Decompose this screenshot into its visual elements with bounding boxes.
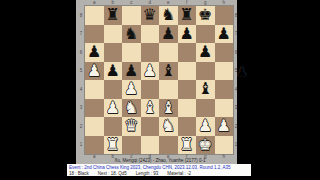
coord-label-2: 2 xyxy=(78,117,84,136)
coord-label-1: 1 xyxy=(78,136,84,155)
coord-label-4: 4 xyxy=(78,80,84,99)
square-b3: ♟ xyxy=(104,99,123,118)
board-panel: abcdefgh 87654321 ♜♛♞♜♚♞♟♟♟♟♟♟♟♟♟♝♟♝♟♞♝♝… xyxy=(76,0,237,164)
square-d7 xyxy=(141,25,160,44)
game-info-box: Event : 2nd China Chess King 2023, Cheng… xyxy=(67,164,251,176)
black-pawn: ♟ xyxy=(178,25,197,44)
square-a3 xyxy=(85,99,104,118)
status-line: 18 : Black Next : 18. Qd5 Length : 93 Ma… xyxy=(69,171,249,177)
black-rook: ♜ xyxy=(104,6,123,25)
square-e8: ♞ xyxy=(159,6,178,25)
white-rook: ♜ xyxy=(178,136,197,155)
square-e3: ♝ xyxy=(159,99,178,118)
square-d4 xyxy=(141,80,160,99)
black-bishop: ♝ xyxy=(159,62,178,81)
black-pawn: ♟ xyxy=(85,43,104,62)
coord-label-h: h xyxy=(215,0,234,5)
white-queen: ♛ xyxy=(122,117,141,136)
black-king: ♚ xyxy=(196,6,215,25)
square-b1: ♜ xyxy=(104,136,123,155)
square-b2 xyxy=(104,117,123,136)
rank-labels-left: 87654321 xyxy=(78,6,84,154)
white-pawn: ♟ xyxy=(215,117,234,136)
event-line: Event : 2nd China Chess King 2023, Cheng… xyxy=(69,165,249,171)
white-bishop: ♝ xyxy=(159,99,178,118)
square-h7: ♟ xyxy=(215,25,234,44)
white-pawn: ♟ xyxy=(141,62,160,81)
square-h3 xyxy=(215,99,234,118)
black-pawn: ♟ xyxy=(196,43,215,62)
square-e4 xyxy=(159,80,178,99)
square-e1 xyxy=(159,136,178,155)
black-pawn: ♟ xyxy=(215,25,234,44)
square-a7 xyxy=(85,25,104,44)
square-a8 xyxy=(85,6,104,25)
coord-label-8: 8 xyxy=(233,6,239,25)
square-f8: ♜ xyxy=(178,6,197,25)
coord-label-2: 2 xyxy=(233,117,239,136)
square-f3 xyxy=(178,99,197,118)
coord-label-3: 3 xyxy=(233,99,239,118)
square-d8: ♛ xyxy=(141,6,160,25)
square-a5: ♟ xyxy=(85,62,104,81)
coord-label-6: 6 xyxy=(233,43,239,62)
square-b5: ♟ xyxy=(104,62,123,81)
square-e5: ♝ xyxy=(159,62,178,81)
square-g1: ♚ xyxy=(196,136,215,155)
white-pawn: ♟ xyxy=(85,62,104,81)
chess-board: ♜♛♞♜♚♞♟♟♟♟♟♟♟♟♟♝♟♝♟♞♝♝♛♞♟♟♜♜♚ xyxy=(85,6,233,154)
square-b7 xyxy=(104,25,123,44)
square-b4 xyxy=(104,80,123,99)
square-d2 xyxy=(141,117,160,136)
square-d5: ♟ xyxy=(141,62,160,81)
square-c4: ♟ xyxy=(122,80,141,99)
square-b6 xyxy=(104,43,123,62)
coord-label-6: 6 xyxy=(78,43,84,62)
black-knight: ♞ xyxy=(122,25,141,44)
black-queen: ♛ xyxy=(141,6,160,25)
square-c1 xyxy=(122,136,141,155)
square-c5: ♟ xyxy=(122,62,141,81)
black-pawn: ♟ xyxy=(104,62,123,81)
white-king: ♚ xyxy=(196,136,215,155)
square-e7: ♟ xyxy=(159,25,178,44)
square-h6 xyxy=(215,43,234,62)
square-f4 xyxy=(178,80,197,99)
square-f5 xyxy=(178,62,197,81)
black-pawn: ♟ xyxy=(122,62,141,81)
coord-label-3: 3 xyxy=(78,99,84,118)
square-g4: ♝ xyxy=(196,80,215,99)
black-rook: ♜ xyxy=(178,6,197,25)
next-move: Next : 18. Qd5 xyxy=(98,171,127,177)
square-g7 xyxy=(196,25,215,44)
square-h8 xyxy=(215,6,234,25)
square-g8: ♚ xyxy=(196,6,215,25)
square-f6 xyxy=(178,43,197,62)
black-knight: ♞ xyxy=(159,6,178,25)
square-a2 xyxy=(85,117,104,136)
square-g6: ♟ xyxy=(196,43,215,62)
white-knight: ♞ xyxy=(159,117,178,136)
white-pawn: ♟ xyxy=(104,99,123,118)
square-g2: ♟ xyxy=(196,117,215,136)
white-bishop: ♝ xyxy=(141,99,160,118)
black-pawn-icon: ♟ xyxy=(236,64,248,79)
coord-label-5: 5 xyxy=(78,62,84,81)
material-balance: Material : -2 xyxy=(167,171,191,177)
square-h4 xyxy=(215,80,234,99)
square-f2 xyxy=(178,117,197,136)
square-h2: ♟ xyxy=(215,117,234,136)
white-pawn: ♟ xyxy=(196,117,215,136)
coord-label-4: 4 xyxy=(233,80,239,99)
white-knight: ♞ xyxy=(122,99,141,118)
square-g5 xyxy=(196,62,215,81)
black-pawn: ♟ xyxy=(159,25,178,44)
white-pawn: ♟ xyxy=(122,80,141,99)
square-a6: ♟ xyxy=(85,43,104,62)
white-rook: ♜ xyxy=(104,136,123,155)
square-c2: ♛ xyxy=(122,117,141,136)
rank-labels-right: 87654321 xyxy=(233,6,239,154)
square-c7: ♞ xyxy=(122,25,141,44)
coord-label-a: a xyxy=(85,0,104,5)
square-c6 xyxy=(122,43,141,62)
move-indicator: 18 : Black xyxy=(69,171,89,177)
coord-label-7: 7 xyxy=(233,25,239,44)
coord-label-1: 1 xyxy=(233,136,239,155)
square-d6 xyxy=(141,43,160,62)
square-b8: ♜ xyxy=(104,6,123,25)
square-g3 xyxy=(196,99,215,118)
square-e2: ♞ xyxy=(159,117,178,136)
square-a1 xyxy=(85,136,104,155)
square-e6 xyxy=(159,43,178,62)
square-h1 xyxy=(215,136,234,155)
coord-label-7: 7 xyxy=(78,25,84,44)
black-bishop: ♝ xyxy=(196,80,215,99)
square-f7: ♟ xyxy=(178,25,197,44)
coord-label-8: 8 xyxy=(78,6,84,25)
coord-label-c: c xyxy=(122,0,141,5)
square-f1: ♜ xyxy=(178,136,197,155)
square-a4 xyxy=(85,80,104,99)
square-d1 xyxy=(141,136,160,155)
square-c3: ♞ xyxy=(122,99,141,118)
game-length: Length : 93 xyxy=(136,171,159,177)
square-h5 xyxy=(215,62,234,81)
square-d3: ♝ xyxy=(141,99,160,118)
square-c8 xyxy=(122,6,141,25)
video-frame: abcdefgh 87654321 ♜♛♞♜♚♞♟♟♟♟♟♟♟♟♟♝♟♝♟♞♝♝… xyxy=(0,0,320,180)
